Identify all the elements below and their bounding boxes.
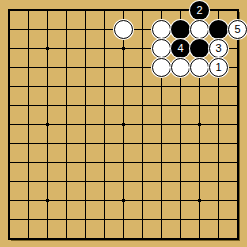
star-point — [122, 199, 125, 202]
move-number-label: 3 — [215, 42, 221, 54]
white-stone — [152, 58, 171, 77]
black-stone: 2 — [190, 1, 209, 20]
go-board: 25431 — [0, 0, 247, 247]
move-number-label: 1 — [215, 61, 221, 73]
black-stone — [209, 20, 228, 39]
grid-line-horizontal — [9, 181, 238, 182]
white-stone — [171, 58, 190, 77]
black-stone — [190, 39, 209, 58]
black-stone — [171, 20, 190, 39]
white-stone: 1 — [209, 58, 228, 77]
star-point — [122, 123, 125, 126]
star-point — [198, 199, 201, 202]
grid-line-horizontal — [9, 162, 238, 163]
grid-line-horizontal — [9, 143, 238, 144]
white-stone: 5 — [228, 20, 247, 39]
black-stone: 4 — [171, 39, 190, 58]
grid-line-vertical — [237, 10, 238, 239]
white-stone — [152, 20, 171, 39]
white-stone — [152, 39, 171, 58]
grid-line-vertical — [142, 10, 143, 239]
white-stone — [190, 58, 209, 77]
star-point — [46, 199, 49, 202]
grid-line-horizontal — [9, 219, 238, 220]
star-point — [46, 47, 49, 50]
white-stone: 3 — [209, 39, 228, 58]
grid-line-horizontal — [9, 238, 238, 239]
move-number-label: 4 — [177, 42, 183, 54]
go-diagram: 25431 — [0, 0, 247, 247]
move-number-label: 2 — [196, 4, 202, 16]
move-number-label: 5 — [234, 23, 240, 35]
star-point — [46, 123, 49, 126]
white-stone — [114, 20, 133, 39]
white-stone — [190, 20, 209, 39]
star-point — [122, 47, 125, 50]
star-point — [198, 123, 201, 126]
